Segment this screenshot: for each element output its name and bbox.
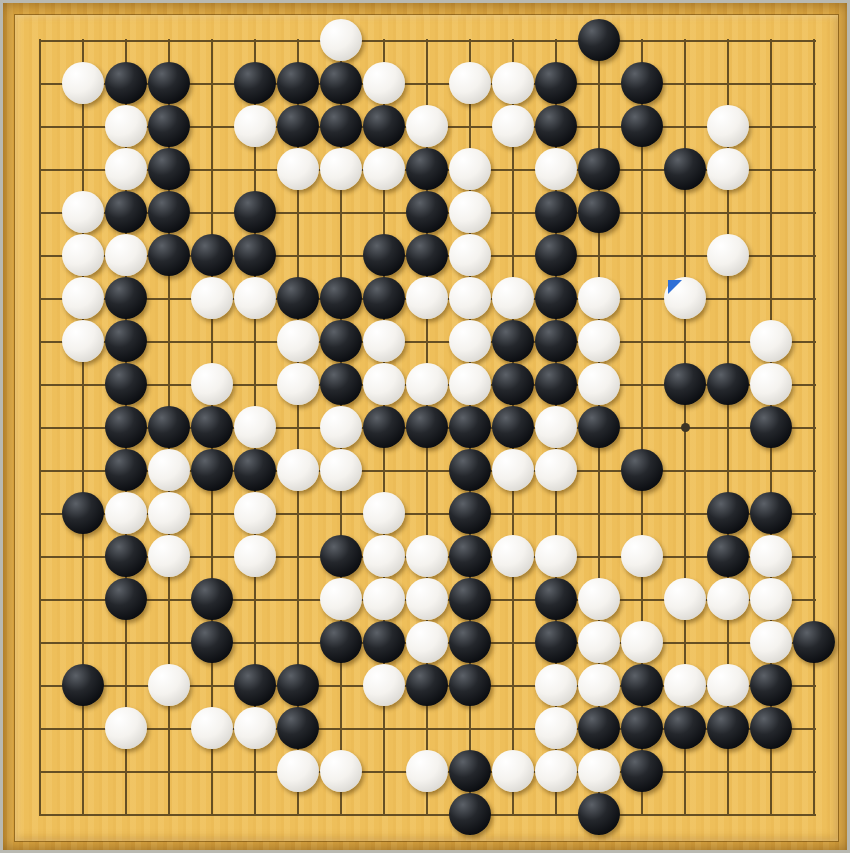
intersection-8-9[interactable] (363, 406, 406, 449)
intersection-15-0[interactable] (664, 19, 707, 62)
intersection-7-14[interactable] (320, 621, 363, 664)
intersection-8-18[interactable] (363, 793, 406, 836)
intersection-5-18[interactable] (234, 793, 277, 836)
intersection-13-8[interactable] (578, 363, 621, 406)
intersection-16-4[interactable] (707, 191, 750, 234)
intersection-18-13[interactable] (793, 578, 836, 621)
intersection-14-6[interactable] (621, 277, 664, 320)
intersection-15-10[interactable] (664, 449, 707, 492)
intersection-1-12[interactable] (62, 535, 105, 578)
intersection-5-13[interactable] (234, 578, 277, 621)
intersection-5-2[interactable] (234, 105, 277, 148)
intersection-2-5[interactable] (105, 234, 148, 277)
intersection-16-17[interactable] (707, 750, 750, 793)
intersection-1-3[interactable] (62, 148, 105, 191)
intersection-13-5[interactable] (578, 234, 621, 277)
intersection-3-5[interactable] (148, 234, 191, 277)
intersection-5-7[interactable] (234, 320, 277, 363)
intersection-16-18[interactable] (707, 793, 750, 836)
intersection-17-4[interactable] (750, 191, 793, 234)
intersection-14-3[interactable] (621, 148, 664, 191)
intersection-8-3[interactable] (363, 148, 406, 191)
intersection-11-9[interactable] (492, 406, 535, 449)
intersection-13-18[interactable] (578, 793, 621, 836)
intersection-3-11[interactable] (148, 492, 191, 535)
intersection-14-12[interactable] (621, 535, 664, 578)
intersection-7-13[interactable] (320, 578, 363, 621)
intersection-7-0[interactable] (320, 19, 363, 62)
intersection-5-10[interactable] (234, 449, 277, 492)
intersection-13-3[interactable] (578, 148, 621, 191)
intersection-14-10[interactable] (621, 449, 664, 492)
intersection-2-6[interactable] (105, 277, 148, 320)
intersection-4-13[interactable] (191, 578, 234, 621)
intersection-10-14[interactable] (449, 621, 492, 664)
intersection-0-10[interactable] (19, 449, 62, 492)
intersection-14-0[interactable] (621, 19, 664, 62)
intersection-9-15[interactable] (406, 664, 449, 707)
intersection-16-0[interactable] (707, 19, 750, 62)
intersection-7-12[interactable] (320, 535, 363, 578)
intersection-14-2[interactable] (621, 105, 664, 148)
intersection-8-8[interactable] (363, 363, 406, 406)
intersection-16-7[interactable] (707, 320, 750, 363)
intersection-3-16[interactable] (148, 707, 191, 750)
intersection-3-12[interactable] (148, 535, 191, 578)
intersection-13-14[interactable] (578, 621, 621, 664)
intersection-3-15[interactable] (148, 664, 191, 707)
intersection-5-0[interactable] (234, 19, 277, 62)
intersection-6-2[interactable] (277, 105, 320, 148)
intersection-11-10[interactable] (492, 449, 535, 492)
intersection-14-7[interactable] (621, 320, 664, 363)
intersection-4-1[interactable] (191, 62, 234, 105)
intersection-7-7[interactable] (320, 320, 363, 363)
intersection-11-15[interactable] (492, 664, 535, 707)
intersection-9-12[interactable] (406, 535, 449, 578)
intersection-3-17[interactable] (148, 750, 191, 793)
intersection-6-12[interactable] (277, 535, 320, 578)
intersection-7-1[interactable] (320, 62, 363, 105)
intersection-0-1[interactable] (19, 62, 62, 105)
intersection-12-9[interactable] (535, 406, 578, 449)
intersection-4-3[interactable] (191, 148, 234, 191)
intersection-10-4[interactable] (449, 191, 492, 234)
intersection-6-8[interactable] (277, 363, 320, 406)
intersection-1-14[interactable] (62, 621, 105, 664)
intersection-9-18[interactable] (406, 793, 449, 836)
intersection-2-10[interactable] (105, 449, 148, 492)
intersection-9-7[interactable] (406, 320, 449, 363)
intersection-13-11[interactable] (578, 492, 621, 535)
intersection-17-7[interactable] (750, 320, 793, 363)
intersection-7-2[interactable] (320, 105, 363, 148)
intersection-1-13[interactable] (62, 578, 105, 621)
intersection-8-16[interactable] (363, 707, 406, 750)
intersection-11-5[interactable] (492, 234, 535, 277)
intersection-12-17[interactable] (535, 750, 578, 793)
intersection-2-17[interactable] (105, 750, 148, 793)
intersection-11-17[interactable] (492, 750, 535, 793)
intersection-2-14[interactable] (105, 621, 148, 664)
intersection-3-2[interactable] (148, 105, 191, 148)
intersection-5-15[interactable] (234, 664, 277, 707)
intersection-11-16[interactable] (492, 707, 535, 750)
intersection-17-8[interactable] (750, 363, 793, 406)
intersection-4-14[interactable] (191, 621, 234, 664)
intersection-13-4[interactable] (578, 191, 621, 234)
intersection-2-18[interactable] (105, 793, 148, 836)
intersection-11-2[interactable] (492, 105, 535, 148)
intersection-11-14[interactable] (492, 621, 535, 664)
intersection-18-2[interactable] (793, 105, 836, 148)
intersection-4-18[interactable] (191, 793, 234, 836)
intersection-17-17[interactable] (750, 750, 793, 793)
intersection-9-10[interactable] (406, 449, 449, 492)
intersection-3-18[interactable] (148, 793, 191, 836)
intersection-9-2[interactable] (406, 105, 449, 148)
intersection-0-4[interactable] (19, 191, 62, 234)
intersection-13-16[interactable] (578, 707, 621, 750)
intersection-15-4[interactable] (664, 191, 707, 234)
intersection-18-9[interactable] (793, 406, 836, 449)
intersection-6-1[interactable] (277, 62, 320, 105)
intersection-3-8[interactable] (148, 363, 191, 406)
intersection-11-3[interactable] (492, 148, 535, 191)
intersection-6-0[interactable] (277, 19, 320, 62)
intersection-15-8[interactable] (664, 363, 707, 406)
intersection-6-13[interactable] (277, 578, 320, 621)
intersection-4-6[interactable] (191, 277, 234, 320)
intersection-9-17[interactable] (406, 750, 449, 793)
intersection-17-5[interactable] (750, 234, 793, 277)
intersection-17-6[interactable] (750, 277, 793, 320)
intersection-0-18[interactable] (19, 793, 62, 836)
intersection-11-7[interactable] (492, 320, 535, 363)
intersection-2-2[interactable] (105, 105, 148, 148)
intersection-12-1[interactable] (535, 62, 578, 105)
intersection-13-0[interactable] (578, 19, 621, 62)
intersection-12-2[interactable] (535, 105, 578, 148)
intersection-9-6[interactable] (406, 277, 449, 320)
intersection-7-11[interactable] (320, 492, 363, 535)
intersection-14-5[interactable] (621, 234, 664, 277)
intersection-0-17[interactable] (19, 750, 62, 793)
intersection-6-6[interactable] (277, 277, 320, 320)
intersection-16-16[interactable] (707, 707, 750, 750)
intersection-1-4[interactable] (62, 191, 105, 234)
intersection-12-10[interactable] (535, 449, 578, 492)
intersection-12-8[interactable] (535, 363, 578, 406)
intersection-18-5[interactable] (793, 234, 836, 277)
intersection-3-14[interactable] (148, 621, 191, 664)
intersection-10-15[interactable] (449, 664, 492, 707)
intersection-7-6[interactable] (320, 277, 363, 320)
intersection-18-1[interactable] (793, 62, 836, 105)
intersection-12-15[interactable] (535, 664, 578, 707)
intersection-10-16[interactable] (449, 707, 492, 750)
intersection-15-15[interactable] (664, 664, 707, 707)
intersection-15-12[interactable] (664, 535, 707, 578)
intersection-15-3[interactable] (664, 148, 707, 191)
intersection-3-6[interactable] (148, 277, 191, 320)
intersection-14-13[interactable] (621, 578, 664, 621)
intersection-18-0[interactable] (793, 19, 836, 62)
intersection-8-14[interactable] (363, 621, 406, 664)
intersection-4-9[interactable] (191, 406, 234, 449)
intersection-3-7[interactable] (148, 320, 191, 363)
intersection-5-4[interactable] (234, 191, 277, 234)
intersection-10-9[interactable] (449, 406, 492, 449)
intersection-1-6[interactable] (62, 277, 105, 320)
intersection-4-4[interactable] (191, 191, 234, 234)
intersection-2-3[interactable] (105, 148, 148, 191)
intersection-13-10[interactable] (578, 449, 621, 492)
intersection-10-12[interactable] (449, 535, 492, 578)
intersection-5-1[interactable] (234, 62, 277, 105)
intersection-13-12[interactable] (578, 535, 621, 578)
intersection-16-5[interactable] (707, 234, 750, 277)
intersection-17-9[interactable] (750, 406, 793, 449)
intersection-4-12[interactable] (191, 535, 234, 578)
intersection-13-9[interactable] (578, 406, 621, 449)
intersection-6-10[interactable] (277, 449, 320, 492)
intersection-11-4[interactable] (492, 191, 535, 234)
intersection-9-13[interactable] (406, 578, 449, 621)
intersection-9-16[interactable] (406, 707, 449, 750)
intersection-12-5[interactable] (535, 234, 578, 277)
intersection-9-4[interactable] (406, 191, 449, 234)
intersection-0-0[interactable] (19, 19, 62, 62)
intersection-0-2[interactable] (19, 105, 62, 148)
intersection-10-8[interactable] (449, 363, 492, 406)
intersection-7-3[interactable] (320, 148, 363, 191)
intersection-15-9[interactable] (664, 406, 707, 449)
intersection-2-8[interactable] (105, 363, 148, 406)
intersection-14-18[interactable] (621, 793, 664, 836)
intersection-0-15[interactable] (19, 664, 62, 707)
intersection-10-11[interactable] (449, 492, 492, 535)
intersection-15-5[interactable] (664, 234, 707, 277)
intersection-17-0[interactable] (750, 19, 793, 62)
intersection-10-17[interactable] (449, 750, 492, 793)
intersection-3-10[interactable] (148, 449, 191, 492)
intersection-12-14[interactable] (535, 621, 578, 664)
intersection-16-3[interactable] (707, 148, 750, 191)
intersection-17-14[interactable] (750, 621, 793, 664)
intersection-12-0[interactable] (535, 19, 578, 62)
intersection-4-2[interactable] (191, 105, 234, 148)
intersection-15-7[interactable] (664, 320, 707, 363)
intersection-14-1[interactable] (621, 62, 664, 105)
intersection-0-12[interactable] (19, 535, 62, 578)
intersection-8-10[interactable] (363, 449, 406, 492)
intersection-11-18[interactable] (492, 793, 535, 836)
intersection-18-8[interactable] (793, 363, 836, 406)
intersection-9-0[interactable] (406, 19, 449, 62)
intersection-9-11[interactable] (406, 492, 449, 535)
intersection-2-15[interactable] (105, 664, 148, 707)
intersection-18-4[interactable] (793, 191, 836, 234)
intersection-18-17[interactable] (793, 750, 836, 793)
intersection-7-15[interactable] (320, 664, 363, 707)
intersection-11-1[interactable] (492, 62, 535, 105)
intersection-9-9[interactable] (406, 406, 449, 449)
intersection-11-12[interactable] (492, 535, 535, 578)
intersection-2-4[interactable] (105, 191, 148, 234)
intersection-6-14[interactable] (277, 621, 320, 664)
intersection-9-3[interactable] (406, 148, 449, 191)
intersection-17-15[interactable] (750, 664, 793, 707)
intersection-0-5[interactable] (19, 234, 62, 277)
intersection-13-6[interactable] (578, 277, 621, 320)
intersection-4-16[interactable] (191, 707, 234, 750)
intersection-8-6[interactable] (363, 277, 406, 320)
intersection-10-18[interactable] (449, 793, 492, 836)
intersection-13-17[interactable] (578, 750, 621, 793)
intersection-9-5[interactable] (406, 234, 449, 277)
intersection-4-5[interactable] (191, 234, 234, 277)
intersection-12-11[interactable] (535, 492, 578, 535)
intersection-12-3[interactable] (535, 148, 578, 191)
intersection-18-18[interactable] (793, 793, 836, 836)
intersection-2-16[interactable] (105, 707, 148, 750)
intersection-15-11[interactable] (664, 492, 707, 535)
intersection-5-14[interactable] (234, 621, 277, 664)
intersection-15-6[interactable] (664, 277, 707, 320)
intersection-11-0[interactable] (492, 19, 535, 62)
intersection-5-5[interactable] (234, 234, 277, 277)
intersection-1-1[interactable] (62, 62, 105, 105)
intersection-15-17[interactable] (664, 750, 707, 793)
intersection-17-1[interactable] (750, 62, 793, 105)
intersection-17-13[interactable] (750, 578, 793, 621)
intersection-1-17[interactable] (62, 750, 105, 793)
intersection-2-13[interactable] (105, 578, 148, 621)
intersection-7-9[interactable] (320, 406, 363, 449)
intersection-4-7[interactable] (191, 320, 234, 363)
intersection-2-0[interactable] (105, 19, 148, 62)
intersection-1-11[interactable] (62, 492, 105, 535)
intersection-18-12[interactable] (793, 535, 836, 578)
intersection-13-7[interactable] (578, 320, 621, 363)
intersection-5-17[interactable] (234, 750, 277, 793)
intersection-14-17[interactable] (621, 750, 664, 793)
intersection-18-3[interactable] (793, 148, 836, 191)
intersection-1-9[interactable] (62, 406, 105, 449)
intersection-5-3[interactable] (234, 148, 277, 191)
intersection-16-11[interactable] (707, 492, 750, 535)
intersection-17-18[interactable] (750, 793, 793, 836)
intersection-7-18[interactable] (320, 793, 363, 836)
intersection-4-0[interactable] (191, 19, 234, 62)
intersection-4-15[interactable] (191, 664, 234, 707)
intersection-16-1[interactable] (707, 62, 750, 105)
intersection-18-7[interactable] (793, 320, 836, 363)
intersection-6-7[interactable] (277, 320, 320, 363)
intersection-1-7[interactable] (62, 320, 105, 363)
intersection-5-12[interactable] (234, 535, 277, 578)
intersection-0-9[interactable] (19, 406, 62, 449)
intersection-14-4[interactable] (621, 191, 664, 234)
intersection-11-13[interactable] (492, 578, 535, 621)
intersection-11-6[interactable] (492, 277, 535, 320)
intersection-16-13[interactable] (707, 578, 750, 621)
intersection-1-15[interactable] (62, 664, 105, 707)
intersection-6-11[interactable] (277, 492, 320, 535)
intersection-1-0[interactable] (62, 19, 105, 62)
intersection-6-9[interactable] (277, 406, 320, 449)
intersection-0-3[interactable] (19, 148, 62, 191)
intersection-6-17[interactable] (277, 750, 320, 793)
intersection-6-3[interactable] (277, 148, 320, 191)
intersection-17-3[interactable] (750, 148, 793, 191)
intersection-5-8[interactable] (234, 363, 277, 406)
intersection-0-14[interactable] (19, 621, 62, 664)
intersection-11-8[interactable] (492, 363, 535, 406)
intersection-16-9[interactable] (707, 406, 750, 449)
intersection-10-2[interactable] (449, 105, 492, 148)
intersection-10-3[interactable] (449, 148, 492, 191)
intersection-17-10[interactable] (750, 449, 793, 492)
intersection-13-15[interactable] (578, 664, 621, 707)
intersection-16-2[interactable] (707, 105, 750, 148)
intersection-14-14[interactable] (621, 621, 664, 664)
intersection-9-8[interactable] (406, 363, 449, 406)
intersection-3-1[interactable] (148, 62, 191, 105)
intersection-16-15[interactable] (707, 664, 750, 707)
intersection-2-9[interactable] (105, 406, 148, 449)
intersection-5-6[interactable] (234, 277, 277, 320)
intersection-7-8[interactable] (320, 363, 363, 406)
intersection-7-5[interactable] (320, 234, 363, 277)
intersection-10-13[interactable] (449, 578, 492, 621)
intersection-12-12[interactable] (535, 535, 578, 578)
intersection-18-6[interactable] (793, 277, 836, 320)
intersection-10-6[interactable] (449, 277, 492, 320)
intersection-9-14[interactable] (406, 621, 449, 664)
intersection-14-9[interactable] (621, 406, 664, 449)
intersection-2-7[interactable] (105, 320, 148, 363)
intersection-8-11[interactable] (363, 492, 406, 535)
intersection-15-13[interactable] (664, 578, 707, 621)
intersection-15-2[interactable] (664, 105, 707, 148)
intersection-0-6[interactable] (19, 277, 62, 320)
intersection-8-4[interactable] (363, 191, 406, 234)
intersection-11-11[interactable] (492, 492, 535, 535)
intersection-12-16[interactable] (535, 707, 578, 750)
intersection-15-16[interactable] (664, 707, 707, 750)
intersection-8-7[interactable] (363, 320, 406, 363)
intersection-8-13[interactable] (363, 578, 406, 621)
intersection-12-7[interactable] (535, 320, 578, 363)
intersection-15-18[interactable] (664, 793, 707, 836)
intersection-16-8[interactable] (707, 363, 750, 406)
intersection-8-1[interactable] (363, 62, 406, 105)
intersection-7-4[interactable] (320, 191, 363, 234)
intersection-8-5[interactable] (363, 234, 406, 277)
intersection-16-14[interactable] (707, 621, 750, 664)
intersection-18-16[interactable] (793, 707, 836, 750)
intersection-14-16[interactable] (621, 707, 664, 750)
intersection-8-15[interactable] (363, 664, 406, 707)
intersection-18-14[interactable] (793, 621, 836, 664)
intersection-12-13[interactable] (535, 578, 578, 621)
intersection-0-11[interactable] (19, 492, 62, 535)
intersection-1-10[interactable] (62, 449, 105, 492)
intersection-17-2[interactable] (750, 105, 793, 148)
intersection-5-16[interactable] (234, 707, 277, 750)
